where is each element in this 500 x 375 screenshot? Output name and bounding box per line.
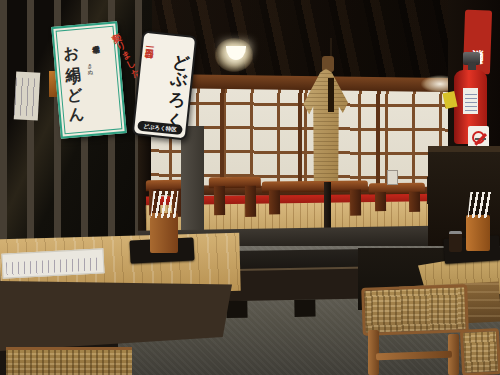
no-smoking-sign [468,126,489,148]
bench-leg [214,186,225,215]
bench-leg [350,190,361,216]
tavern-interior-photo: 消火器 変わりました!! 千本食感 お絹うどん きぬ [0,0,500,375]
woven-stool-second [460,328,500,375]
raincoat-hood [322,56,334,72]
menu-card [1,248,104,278]
doburoku-sign-footer: どぶろく特区 [137,120,183,135]
bench-leg [269,190,280,214]
chopsticks [151,191,179,218]
cup-on-bench [387,170,398,185]
bench-leg [375,192,386,211]
udon-sign: 変わりました!! 千本食感 お絹うどん きぬ [51,21,127,138]
no-smoking-icon [472,131,485,144]
woven-stool-partial [6,347,132,375]
step-foot [226,301,247,318]
display-pole [324,182,331,232]
woven-stool [361,284,469,336]
udon-sign-furigana: きぬ [86,60,93,73]
doburoku-sign-price: 一合三五〇円 [146,42,154,43]
chopstick-holder [150,213,178,253]
extinguisher-label [463,88,478,114]
stage-bench [369,183,425,212]
doburoku-sign: どぶろく 一合三五〇円 どぶろく特区 [132,30,198,140]
condiment-shaker [449,231,462,252]
bench-leg [245,186,256,217]
small-notice-paper [14,71,40,120]
chopstick-holder-right [466,215,490,251]
doburoku-sign-title: どぶろく [167,41,192,120]
bench-leg [409,192,420,212]
stage-bench [209,177,261,218]
raincoat-opening [328,78,334,112]
stage-bench [262,181,368,218]
step-foot [294,300,315,317]
chopsticks-right [468,192,493,218]
